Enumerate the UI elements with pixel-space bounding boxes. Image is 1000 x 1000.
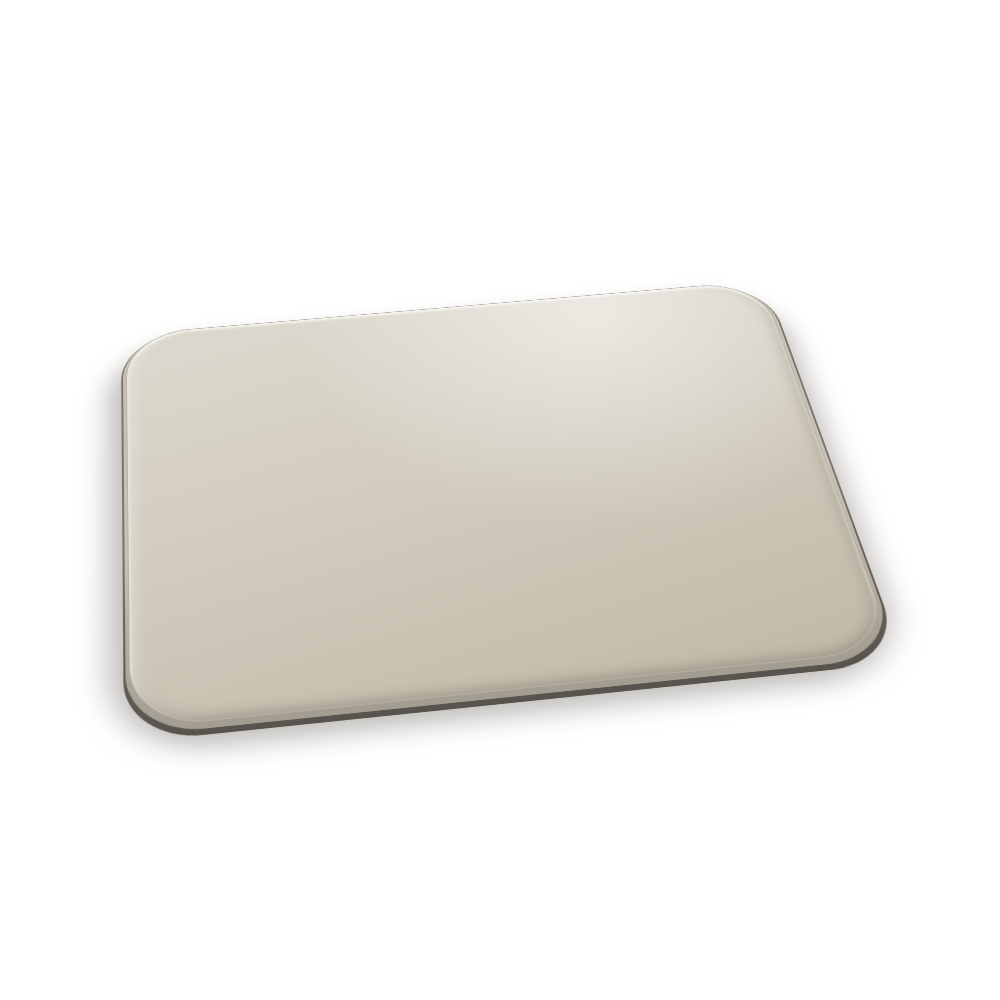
pan-top-surface <box>126 281 895 730</box>
white-background <box>0 0 1000 1000</box>
muffin-pan <box>126 281 895 730</box>
